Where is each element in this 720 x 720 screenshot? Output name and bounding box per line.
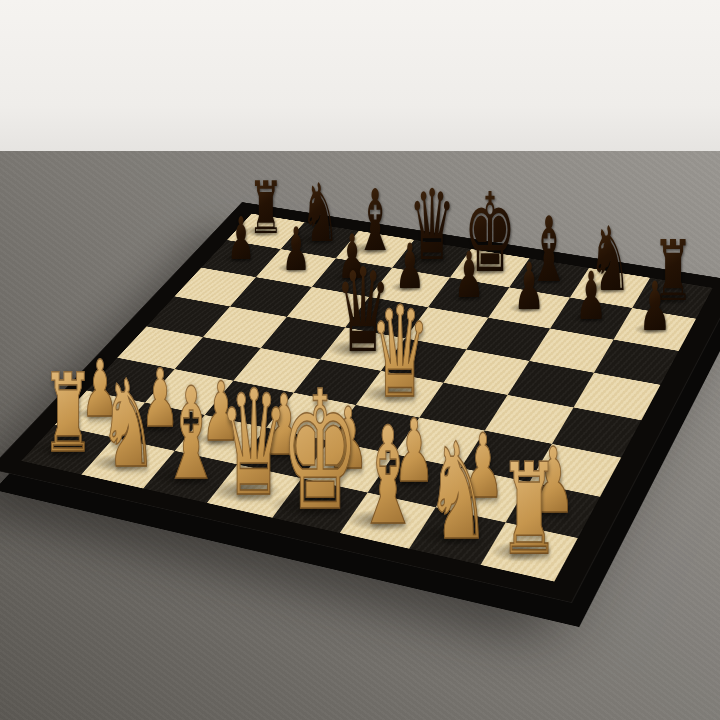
background-wall (0, 0, 720, 151)
scene: ♜♞♝♛♚♝♞♜♟♟♟♟♟♟♟♟♛♛♟♟♟♟♟♟♟♟♜♞♝♛♚♝♞♜ (0, 0, 720, 720)
